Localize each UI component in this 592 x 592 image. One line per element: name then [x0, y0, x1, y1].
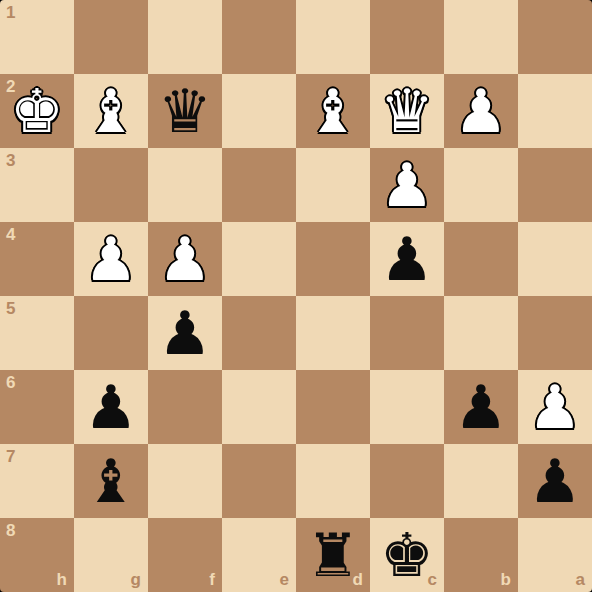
black-pawn[interactable]: ♟ — [454, 377, 508, 437]
square-e3[interactable] — [222, 148, 296, 222]
rank-label-6: 6 — [6, 374, 15, 391]
square-h5[interactable]: 5 — [0, 296, 74, 370]
file-label-b: b — [501, 571, 511, 588]
white-pawn[interactable]: ♟ — [158, 229, 212, 289]
square-c8[interactable]: c♚ — [370, 518, 444, 592]
rank-label-1: 1 — [6, 4, 15, 21]
square-c2[interactable]: ♛ — [370, 74, 444, 148]
square-e6[interactable] — [222, 370, 296, 444]
square-g6[interactable]: ♟ — [74, 370, 148, 444]
black-pawn[interactable]: ♟ — [380, 229, 434, 289]
square-e1[interactable] — [222, 0, 296, 74]
file-label-d: d — [353, 571, 363, 588]
file-label-f: f — [209, 571, 215, 588]
square-f8[interactable]: f — [148, 518, 222, 592]
white-queen[interactable]: ♛ — [380, 81, 434, 141]
square-b1[interactable] — [444, 0, 518, 74]
square-a2[interactable] — [518, 74, 592, 148]
chess-board: 12♚♝♛♝♛♟3♟4♟♟♟5♟6♟♟♟7♝♟8hgfed♜c♚ba — [0, 0, 592, 592]
file-label-a: a — [576, 571, 585, 588]
square-a8[interactable]: a — [518, 518, 592, 592]
square-d2[interactable]: ♝ — [296, 74, 370, 148]
square-g3[interactable] — [74, 148, 148, 222]
square-d1[interactable] — [296, 0, 370, 74]
white-pawn[interactable]: ♟ — [528, 377, 582, 437]
rank-label-4: 4 — [6, 226, 15, 243]
square-a1[interactable] — [518, 0, 592, 74]
rank-label-5: 5 — [6, 300, 15, 317]
square-f1[interactable] — [148, 0, 222, 74]
square-b2[interactable]: ♟ — [444, 74, 518, 148]
file-label-g: g — [131, 571, 141, 588]
square-f4[interactable]: ♟ — [148, 222, 222, 296]
square-a5[interactable] — [518, 296, 592, 370]
square-h7[interactable]: 7 — [0, 444, 74, 518]
white-bishop[interactable]: ♝ — [84, 81, 138, 141]
white-pawn[interactable]: ♟ — [380, 155, 434, 215]
square-c4[interactable]: ♟ — [370, 222, 444, 296]
white-king[interactable]: ♚ — [10, 81, 64, 141]
square-c6[interactable] — [370, 370, 444, 444]
square-e5[interactable] — [222, 296, 296, 370]
square-f6[interactable] — [148, 370, 222, 444]
square-e2[interactable] — [222, 74, 296, 148]
square-h6[interactable]: 6 — [0, 370, 74, 444]
square-b7[interactable] — [444, 444, 518, 518]
square-b6[interactable]: ♟ — [444, 370, 518, 444]
square-h2[interactable]: 2♚ — [0, 74, 74, 148]
square-h8[interactable]: 8h — [0, 518, 74, 592]
square-g5[interactable] — [74, 296, 148, 370]
square-f7[interactable] — [148, 444, 222, 518]
square-a4[interactable] — [518, 222, 592, 296]
square-f3[interactable] — [148, 148, 222, 222]
file-label-c: c — [428, 571, 437, 588]
black-pawn[interactable]: ♟ — [84, 377, 138, 437]
square-g1[interactable] — [74, 0, 148, 74]
square-h4[interactable]: 4 — [0, 222, 74, 296]
black-bishop[interactable]: ♝ — [84, 451, 138, 511]
square-d3[interactable] — [296, 148, 370, 222]
square-e8[interactable]: e — [222, 518, 296, 592]
square-d5[interactable] — [296, 296, 370, 370]
square-c7[interactable] — [370, 444, 444, 518]
square-g2[interactable]: ♝ — [74, 74, 148, 148]
black-pawn[interactable]: ♟ — [158, 303, 212, 363]
rank-label-7: 7 — [6, 448, 15, 465]
square-c1[interactable] — [370, 0, 444, 74]
square-h3[interactable]: 3 — [0, 148, 74, 222]
rank-label-3: 3 — [6, 152, 15, 169]
square-a6[interactable]: ♟ — [518, 370, 592, 444]
square-b5[interactable] — [444, 296, 518, 370]
square-b3[interactable] — [444, 148, 518, 222]
black-pawn[interactable]: ♟ — [528, 451, 582, 511]
file-label-e: e — [280, 571, 289, 588]
square-e7[interactable] — [222, 444, 296, 518]
white-bishop[interactable]: ♝ — [306, 81, 360, 141]
rank-label-8: 8 — [6, 522, 15, 539]
white-pawn[interactable]: ♟ — [84, 229, 138, 289]
white-pawn[interactable]: ♟ — [454, 81, 508, 141]
square-g7[interactable]: ♝ — [74, 444, 148, 518]
square-f2[interactable]: ♛ — [148, 74, 222, 148]
square-d8[interactable]: d♜ — [296, 518, 370, 592]
square-f5[interactable]: ♟ — [148, 296, 222, 370]
square-e4[interactable] — [222, 222, 296, 296]
square-d4[interactable] — [296, 222, 370, 296]
square-a3[interactable] — [518, 148, 592, 222]
black-king[interactable]: ♚ — [380, 525, 434, 585]
rank-label-2: 2 — [6, 78, 15, 95]
square-d7[interactable] — [296, 444, 370, 518]
square-b8[interactable]: b — [444, 518, 518, 592]
square-g4[interactable]: ♟ — [74, 222, 148, 296]
square-b4[interactable] — [444, 222, 518, 296]
square-c3[interactable]: ♟ — [370, 148, 444, 222]
square-d6[interactable] — [296, 370, 370, 444]
black-queen[interactable]: ♛ — [158, 81, 212, 141]
square-c5[interactable] — [370, 296, 444, 370]
square-a7[interactable]: ♟ — [518, 444, 592, 518]
file-label-h: h — [57, 571, 67, 588]
square-g8[interactable]: g — [74, 518, 148, 592]
square-h1[interactable]: 1 — [0, 0, 74, 74]
